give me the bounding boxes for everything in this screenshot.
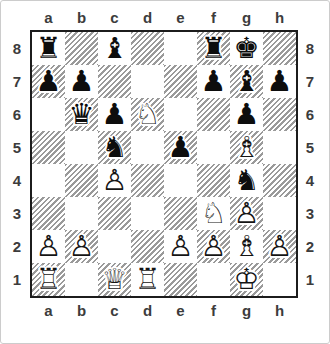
- white-pawn: ♟︎♙: [201, 230, 227, 263]
- rank-label-1: 1: [301, 263, 319, 296]
- square-d7[interactable]: [131, 65, 164, 98]
- file-label-h: h: [263, 7, 296, 29]
- square-b1[interactable]: [65, 263, 98, 296]
- square-d6[interactable]: ♞♘: [131, 98, 164, 131]
- square-h2[interactable]: ♟︎♙: [263, 230, 296, 263]
- rank-label-3: 3: [8, 197, 26, 230]
- square-g8[interactable]: ♚: [230, 32, 263, 65]
- rank-label-2: 2: [301, 230, 319, 263]
- square-a8[interactable]: ♜: [32, 32, 65, 65]
- square-c1[interactable]: ♛♕: [98, 263, 131, 296]
- square-h5[interactable]: [263, 131, 296, 164]
- square-g7[interactable]: ♝: [230, 65, 263, 98]
- square-d5[interactable]: [131, 131, 164, 164]
- square-c2[interactable]: [98, 230, 131, 263]
- square-d3[interactable]: [131, 197, 164, 230]
- square-e5[interactable]: ♟︎: [164, 131, 197, 164]
- white-bishop: ♝♗: [234, 230, 260, 263]
- square-e3[interactable]: [164, 197, 197, 230]
- black-pawn: ♟︎: [234, 98, 260, 131]
- black-knight: ♞: [102, 131, 128, 164]
- rank-label-8: 8: [8, 32, 26, 65]
- file-label-c: c: [98, 7, 131, 29]
- square-h8[interactable]: [263, 32, 296, 65]
- black-pawn: ♟︎: [36, 65, 62, 98]
- white-pawn: ♟︎♙: [69, 230, 95, 263]
- square-e1[interactable]: [164, 263, 197, 296]
- file-label-b: b: [65, 7, 98, 29]
- rank-label-1: 1: [8, 263, 26, 296]
- white-rook-outline: ♖: [36, 262, 62, 296]
- rank-label-3: 3: [301, 197, 319, 230]
- file-label-b: b: [65, 300, 98, 322]
- white-king: ♚♔: [234, 263, 260, 296]
- square-a3[interactable]: [32, 197, 65, 230]
- rank-label-6: 6: [8, 98, 26, 131]
- white-pawn: ♟︎♙: [102, 164, 128, 197]
- white-pawn-outline: ♙: [36, 229, 62, 263]
- square-g1[interactable]: ♚♔: [230, 263, 263, 296]
- white-knight: ♞♘: [201, 197, 227, 230]
- square-f5[interactable]: [197, 131, 230, 164]
- square-e6[interactable]: [164, 98, 197, 131]
- square-g6[interactable]: ♟︎: [230, 98, 263, 131]
- square-b7[interactable]: ♟︎: [65, 65, 98, 98]
- file-label-f: f: [197, 300, 230, 322]
- square-h3[interactable]: [263, 197, 296, 230]
- rank-label-5: 5: [8, 131, 26, 164]
- rank-label-6: 6: [301, 98, 319, 131]
- file-label-e: e: [164, 300, 197, 322]
- square-e7[interactable]: [164, 65, 197, 98]
- white-bishop-outline: ♗: [234, 130, 260, 164]
- square-b5[interactable]: [65, 131, 98, 164]
- rank-label-4: 4: [301, 164, 319, 197]
- white-pawn-outline: ♙: [201, 229, 227, 263]
- square-c4[interactable]: ♟︎♙: [98, 164, 131, 197]
- black-pawn: ♟︎: [168, 131, 194, 164]
- square-b3[interactable]: [65, 197, 98, 230]
- rank-label-7: 7: [301, 65, 319, 98]
- white-king-outline: ♔: [234, 262, 260, 296]
- file-label-a: a: [32, 300, 65, 322]
- black-king: ♚: [234, 32, 260, 65]
- square-c8[interactable]: ♝: [98, 32, 131, 65]
- file-label-f: f: [197, 7, 230, 29]
- square-d2[interactable]: [131, 230, 164, 263]
- square-f1[interactable]: [197, 263, 230, 296]
- square-a4[interactable]: [32, 164, 65, 197]
- square-a5[interactable]: [32, 131, 65, 164]
- white-knight-outline: ♘: [201, 196, 227, 230]
- square-b8[interactable]: [65, 32, 98, 65]
- square-f2[interactable]: ♟︎♙: [197, 230, 230, 263]
- rank-label-4: 4: [8, 164, 26, 197]
- white-rook-outline: ♖: [135, 262, 161, 296]
- white-pawn-outline: ♙: [267, 229, 293, 263]
- black-knight: ♞: [234, 164, 260, 197]
- file-label-e: e: [164, 7, 197, 29]
- square-d8[interactable]: [131, 32, 164, 65]
- square-d1[interactable]: ♜♖: [131, 263, 164, 296]
- white-pawn-outline: ♙: [69, 229, 95, 263]
- square-c5[interactable]: ♞: [98, 131, 131, 164]
- file-label-h: h: [263, 300, 296, 322]
- rank-label-8: 8: [301, 32, 319, 65]
- white-queen-outline: ♕: [102, 262, 128, 296]
- square-f4[interactable]: [197, 164, 230, 197]
- square-a1[interactable]: ♜♖: [32, 263, 65, 296]
- white-knight: ♞♘: [135, 98, 161, 131]
- white-pawn: ♟︎♙: [267, 230, 293, 263]
- white-knight-outline: ♘: [135, 97, 161, 131]
- square-e8[interactable]: [164, 32, 197, 65]
- black-queen: ♛: [69, 98, 95, 131]
- square-e2[interactable]: ♟︎♙: [164, 230, 197, 263]
- white-pawn-outline: ♙: [234, 196, 260, 230]
- square-h7[interactable]: ♟︎: [263, 65, 296, 98]
- square-g4[interactable]: ♞: [230, 164, 263, 197]
- square-h6[interactable]: [263, 98, 296, 131]
- white-pawn-outline: ♙: [102, 163, 128, 197]
- square-g5[interactable]: ♝♗: [230, 131, 263, 164]
- file-label-d: d: [131, 300, 164, 322]
- rank-label-7: 7: [8, 65, 26, 98]
- white-pawn: ♟︎♙: [234, 197, 260, 230]
- white-pawn-outline: ♙: [168, 229, 194, 263]
- file-label-g: g: [230, 7, 263, 29]
- square-d4[interactable]: [131, 164, 164, 197]
- file-label-d: d: [131, 7, 164, 29]
- file-label-g: g: [230, 300, 263, 322]
- chess-board: ♜♝♜♚♟︎♟︎♟︎♝♟︎♛♟︎♞♘♟︎♞♟︎♝♗♟︎♙♞♞♘♟︎♙♟︎♙♟︎♙…: [30, 30, 298, 298]
- white-queen: ♛♕: [102, 263, 128, 296]
- square-f6[interactable]: [197, 98, 230, 131]
- square-f8[interactable]: ♜: [197, 32, 230, 65]
- white-rook: ♜♖: [36, 263, 62, 296]
- square-a6[interactable]: [32, 98, 65, 131]
- square-h1[interactable]: [263, 263, 296, 296]
- square-e4[interactable]: [164, 164, 197, 197]
- square-f7[interactable]: ♟︎: [197, 65, 230, 98]
- square-g3[interactable]: ♟︎♙: [230, 197, 263, 230]
- square-b4[interactable]: [65, 164, 98, 197]
- file-label-c: c: [98, 300, 131, 322]
- black-pawn: ♟︎: [201, 65, 227, 98]
- square-a2[interactable]: ♟︎♙: [32, 230, 65, 263]
- white-rook: ♜♖: [135, 263, 161, 296]
- black-bishop: ♝: [234, 65, 260, 98]
- square-a7[interactable]: ♟︎: [32, 65, 65, 98]
- white-pawn: ♟︎♙: [168, 230, 194, 263]
- square-c7[interactable]: [98, 65, 131, 98]
- square-c6[interactable]: ♟︎: [98, 98, 131, 131]
- square-f3[interactable]: ♞♘: [197, 197, 230, 230]
- square-c3[interactable]: [98, 197, 131, 230]
- square-h4[interactable]: [263, 164, 296, 197]
- black-pawn: ♟︎: [102, 98, 128, 131]
- black-pawn: ♟︎: [267, 65, 293, 98]
- white-pawn: ♟︎♙: [36, 230, 62, 263]
- file-labels-top: abcdefgh: [32, 7, 296, 29]
- black-pawn: ♟︎: [69, 65, 95, 98]
- diagram-frame: abcdefgh 87654321 ♜♝♜♚♟︎♟︎♟︎♝♟︎♛♟︎♞♘♟︎♞♟…: [0, 0, 330, 344]
- rank-label-5: 5: [301, 131, 319, 164]
- white-bishop: ♝♗: [234, 131, 260, 164]
- rank-labels-left: 87654321: [8, 32, 26, 296]
- black-bishop: ♝: [102, 32, 128, 65]
- black-rook: ♜: [201, 32, 227, 65]
- file-label-a: a: [32, 7, 65, 29]
- file-labels-bottom: abcdefgh: [32, 300, 296, 322]
- rank-labels-right: 87654321: [301, 32, 319, 296]
- square-b6[interactable]: ♛: [65, 98, 98, 131]
- black-rook: ♜: [36, 32, 62, 65]
- white-bishop-outline: ♗: [234, 229, 260, 263]
- square-b2[interactable]: ♟︎♙: [65, 230, 98, 263]
- rank-label-2: 2: [8, 230, 26, 263]
- square-g2[interactable]: ♝♗: [230, 230, 263, 263]
